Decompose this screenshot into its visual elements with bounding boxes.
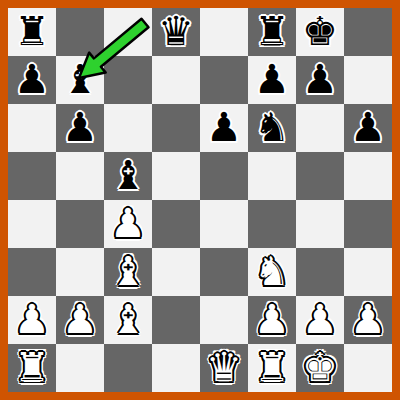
square-b3[interactable] (56, 248, 104, 296)
white-bishop[interactable]: ♝ (110, 299, 146, 339)
white-pawn[interactable]: ♟ (14, 299, 50, 339)
square-b4[interactable] (56, 200, 104, 248)
square-e3[interactable] (200, 248, 248, 296)
square-c1[interactable] (104, 344, 152, 392)
square-a4[interactable] (8, 200, 56, 248)
square-f1[interactable]: ♜ (248, 344, 296, 392)
white-knight[interactable]: ♞ (254, 251, 290, 291)
square-c4[interactable]: ♟ (104, 200, 152, 248)
white-pawn[interactable]: ♟ (350, 299, 386, 339)
black-rook[interactable]: ♜ (254, 11, 290, 51)
square-d6[interactable] (152, 104, 200, 152)
black-rook[interactable]: ♜ (14, 11, 50, 51)
square-h1[interactable] (344, 344, 392, 392)
square-h7[interactable] (344, 56, 392, 104)
square-f8[interactable]: ♜ (248, 8, 296, 56)
white-pawn[interactable]: ♟ (254, 299, 290, 339)
square-g7[interactable]: ♟ (296, 56, 344, 104)
black-pawn[interactable]: ♟ (302, 59, 338, 99)
square-g8[interactable]: ♚ (296, 8, 344, 56)
square-e4[interactable] (200, 200, 248, 248)
square-g4[interactable] (296, 200, 344, 248)
square-g3[interactable] (296, 248, 344, 296)
square-h3[interactable] (344, 248, 392, 296)
square-g2[interactable]: ♟ (296, 296, 344, 344)
square-b8[interactable] (56, 8, 104, 56)
square-a8[interactable]: ♜ (8, 8, 56, 56)
square-c5[interactable]: ♝ (104, 152, 152, 200)
square-d7[interactable] (152, 56, 200, 104)
black-knight[interactable]: ♞ (254, 107, 290, 147)
black-bishop[interactable]: ♝ (110, 155, 146, 195)
square-h6[interactable]: ♟ (344, 104, 392, 152)
black-pawn[interactable]: ♟ (14, 59, 50, 99)
square-a1[interactable]: ♜ (8, 344, 56, 392)
square-e1[interactable]: ♛ (200, 344, 248, 392)
square-c3[interactable]: ♝ (104, 248, 152, 296)
white-rook[interactable]: ♜ (254, 347, 290, 387)
square-a3[interactable] (8, 248, 56, 296)
square-e6[interactable]: ♟ (200, 104, 248, 152)
white-pawn[interactable]: ♟ (110, 203, 146, 243)
square-a6[interactable] (8, 104, 56, 152)
chess-board: ♜♛♜♚♟♝♟♟♟♟♞♟♝♟♝♞♟♟♝♟♟♟♜♛♜♚ (8, 8, 392, 392)
white-rook[interactable]: ♜ (14, 347, 50, 387)
square-a5[interactable] (8, 152, 56, 200)
square-a2[interactable]: ♟ (8, 296, 56, 344)
square-h8[interactable] (344, 8, 392, 56)
square-h5[interactable] (344, 152, 392, 200)
square-a7[interactable]: ♟ (8, 56, 56, 104)
square-c6[interactable] (104, 104, 152, 152)
black-king[interactable]: ♚ (302, 11, 338, 51)
black-queen[interactable]: ♛ (158, 11, 194, 51)
white-bishop[interactable]: ♝ (110, 251, 146, 291)
square-f6[interactable]: ♞ (248, 104, 296, 152)
square-c7[interactable] (104, 56, 152, 104)
square-d2[interactable] (152, 296, 200, 344)
square-g1[interactable]: ♚ (296, 344, 344, 392)
square-f5[interactable] (248, 152, 296, 200)
black-pawn[interactable]: ♟ (62, 107, 98, 147)
square-e8[interactable] (200, 8, 248, 56)
square-c8[interactable] (104, 8, 152, 56)
black-pawn[interactable]: ♟ (206, 107, 242, 147)
square-f3[interactable]: ♞ (248, 248, 296, 296)
square-e2[interactable] (200, 296, 248, 344)
square-f7[interactable]: ♟ (248, 56, 296, 104)
square-b6[interactable]: ♟ (56, 104, 104, 152)
square-b2[interactable]: ♟ (56, 296, 104, 344)
black-pawn[interactable]: ♟ (254, 59, 290, 99)
square-f2[interactable]: ♟ (248, 296, 296, 344)
square-h4[interactable] (344, 200, 392, 248)
square-e7[interactable] (200, 56, 248, 104)
square-b5[interactable] (56, 152, 104, 200)
square-d5[interactable] (152, 152, 200, 200)
white-pawn[interactable]: ♟ (62, 299, 98, 339)
square-d1[interactable] (152, 344, 200, 392)
square-h2[interactable]: ♟ (344, 296, 392, 344)
square-d3[interactable] (152, 248, 200, 296)
white-pawn[interactable]: ♟ (302, 299, 338, 339)
square-b7[interactable]: ♝ (56, 56, 104, 104)
square-c2[interactable]: ♝ (104, 296, 152, 344)
square-g6[interactable] (296, 104, 344, 152)
white-king[interactable]: ♚ (302, 347, 338, 387)
square-e5[interactable] (200, 152, 248, 200)
square-b1[interactable] (56, 344, 104, 392)
board-frame: ♜♛♜♚♟♝♟♟♟♟♞♟♝♟♝♞♟♟♝♟♟♟♜♛♜♚ (0, 0, 400, 400)
square-f4[interactable] (248, 200, 296, 248)
square-g5[interactable] (296, 152, 344, 200)
black-bishop[interactable]: ♝ (62, 59, 98, 99)
square-d8[interactable]: ♛ (152, 8, 200, 56)
black-pawn[interactable]: ♟ (350, 107, 386, 147)
white-queen[interactable]: ♛ (206, 347, 242, 387)
square-d4[interactable] (152, 200, 200, 248)
